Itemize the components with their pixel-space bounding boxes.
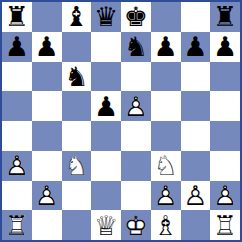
piece-white-rook-icon: ♜♖ [2, 210, 32, 240]
piece-white-rook-icon: ♜♖ [210, 210, 240, 240]
piece-black-pawn-icon: ♟ [151, 32, 181, 62]
white-piece-outline: ♔ [121, 210, 151, 240]
square-g1[interactable] [181, 210, 211, 240]
white-piece-outline: ♘ [62, 151, 92, 181]
piece-black-pawn-icon: ♟ [2, 32, 32, 62]
square-f2[interactable]: ♟♙ [151, 181, 181, 211]
square-f3[interactable]: ♞♘ [151, 151, 181, 181]
piece-white-pawn-icon: ♟♙ [32, 181, 62, 211]
piece-black-rook-icon: ♜ [2, 2, 32, 32]
square-g7[interactable]: ♟ [181, 32, 211, 62]
black-piece-glyph: ♟ [2, 32, 32, 62]
square-a2[interactable] [2, 181, 32, 211]
square-a7[interactable]: ♟ [2, 32, 32, 62]
black-piece-glyph: ♟ [181, 32, 211, 62]
square-d1[interactable]: ♛♕ [91, 210, 121, 240]
white-piece-outline: ♗ [151, 210, 181, 240]
square-a3[interactable]: ♟♙ [2, 151, 32, 181]
piece-white-knight-icon: ♞♘ [151, 151, 181, 181]
square-b5[interactable] [32, 91, 62, 121]
square-c3[interactable]: ♞♘ [62, 151, 92, 181]
piece-white-queen-icon: ♛♕ [91, 210, 121, 240]
piece-white-pawn-icon: ♟♙ [210, 181, 240, 211]
square-h6[interactable] [210, 62, 240, 92]
square-d8[interactable]: ♛ [91, 2, 121, 32]
black-piece-glyph: ♝ [62, 2, 92, 32]
piece-black-knight-icon: ♞ [62, 62, 92, 92]
square-a5[interactable] [2, 91, 32, 121]
square-a8[interactable]: ♜ [2, 2, 32, 32]
piece-black-pawn-icon: ♟ [210, 32, 240, 62]
square-h7[interactable]: ♟ [210, 32, 240, 62]
square-b1[interactable] [32, 210, 62, 240]
square-h1[interactable]: ♜♖ [210, 210, 240, 240]
square-g8[interactable] [181, 2, 211, 32]
piece-black-knight-icon: ♞ [121, 32, 151, 62]
white-piece-outline: ♙ [121, 91, 151, 121]
square-d7[interactable] [91, 32, 121, 62]
square-h2[interactable]: ♟♙ [210, 181, 240, 211]
square-a6[interactable] [2, 62, 32, 92]
square-f7[interactable]: ♟ [151, 32, 181, 62]
square-c8[interactable]: ♝ [62, 2, 92, 32]
square-e3[interactable] [121, 151, 151, 181]
square-b4[interactable] [32, 121, 62, 151]
square-h8[interactable]: ♜ [210, 2, 240, 32]
square-f8[interactable] [151, 2, 181, 32]
white-piece-outline: ♙ [210, 181, 240, 211]
square-b7[interactable]: ♟ [32, 32, 62, 62]
black-piece-glyph: ♟ [32, 32, 62, 62]
square-g6[interactable] [181, 62, 211, 92]
square-h3[interactable] [210, 151, 240, 181]
white-piece-outline: ♖ [210, 210, 240, 240]
black-piece-glyph: ♟ [210, 32, 240, 62]
square-d5[interactable]: ♟ [91, 91, 121, 121]
piece-black-pawn-icon: ♟ [181, 32, 211, 62]
square-b2[interactable]: ♟♙ [32, 181, 62, 211]
black-piece-glyph: ♚ [121, 2, 151, 32]
white-piece-outline: ♙ [2, 151, 32, 181]
square-b3[interactable] [32, 151, 62, 181]
piece-white-king-icon: ♚♔ [121, 210, 151, 240]
square-e4[interactable] [121, 121, 151, 151]
square-e7[interactable]: ♞ [121, 32, 151, 62]
white-piece-outline: ♕ [91, 210, 121, 240]
square-e8[interactable]: ♚ [121, 2, 151, 32]
piece-black-pawn-icon: ♟ [91, 91, 121, 121]
piece-black-pawn-icon: ♟ [32, 32, 62, 62]
piece-black-bishop-icon: ♝ [62, 2, 92, 32]
square-b8[interactable] [32, 2, 62, 32]
square-e6[interactable] [121, 62, 151, 92]
square-c7[interactable] [62, 32, 92, 62]
square-a4[interactable] [2, 121, 32, 151]
square-d4[interactable] [91, 121, 121, 151]
square-b6[interactable] [32, 62, 62, 92]
square-g3[interactable] [181, 151, 211, 181]
black-piece-glyph: ♛ [91, 2, 121, 32]
square-d2[interactable] [91, 181, 121, 211]
square-e1[interactable]: ♚♔ [121, 210, 151, 240]
square-h5[interactable] [210, 91, 240, 121]
piece-white-pawn-icon: ♟♙ [151, 181, 181, 211]
chess-board: ♜♝♛♚♜♟♟♞♟♟♟♞♟♟♙♟♙♞♘♞♘♟♙♟♙♟♙♟♙♜♖♛♕♚♔♝♗♜♖ [0, 0, 242, 242]
white-piece-outline: ♙ [151, 181, 181, 211]
piece-black-rook-icon: ♜ [210, 2, 240, 32]
white-piece-outline: ♙ [181, 181, 211, 211]
white-piece-outline: ♖ [2, 210, 32, 240]
square-f6[interactable] [151, 62, 181, 92]
white-piece-outline: ♙ [32, 181, 62, 211]
square-c1[interactable] [62, 210, 92, 240]
square-e2[interactable] [121, 181, 151, 211]
square-c6[interactable]: ♞ [62, 62, 92, 92]
square-h4[interactable] [210, 121, 240, 151]
black-piece-glyph: ♜ [2, 2, 32, 32]
square-f4[interactable] [151, 121, 181, 151]
white-piece-outline: ♘ [151, 151, 181, 181]
square-c5[interactable] [62, 91, 92, 121]
square-f1[interactable]: ♝♗ [151, 210, 181, 240]
black-piece-glyph: ♞ [121, 32, 151, 62]
square-a1[interactable]: ♜♖ [2, 210, 32, 240]
square-c2[interactable] [62, 181, 92, 211]
black-piece-glyph: ♜ [210, 2, 240, 32]
piece-white-pawn-icon: ♟♙ [2, 151, 32, 181]
square-g4[interactable] [181, 121, 211, 151]
piece-white-bishop-icon: ♝♗ [151, 210, 181, 240]
square-f5[interactable] [151, 91, 181, 121]
piece-white-pawn-icon: ♟♙ [181, 181, 211, 211]
square-d3[interactable] [91, 151, 121, 181]
square-d6[interactable] [91, 62, 121, 92]
piece-white-pawn-icon: ♟♙ [121, 91, 151, 121]
black-piece-glyph: ♟ [91, 91, 121, 121]
piece-black-queen-icon: ♛ [91, 2, 121, 32]
piece-white-knight-icon: ♞♘ [62, 151, 92, 181]
black-piece-glyph: ♞ [62, 62, 92, 92]
square-g2[interactable]: ♟♙ [181, 181, 211, 211]
black-piece-glyph: ♟ [151, 32, 181, 62]
square-e5[interactable]: ♟♙ [121, 91, 151, 121]
piece-black-king-icon: ♚ [121, 2, 151, 32]
square-g5[interactable] [181, 91, 211, 121]
square-c4[interactable] [62, 121, 92, 151]
